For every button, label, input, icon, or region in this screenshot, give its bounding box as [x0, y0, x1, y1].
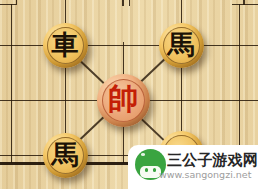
- logo-glint: [141, 153, 145, 156]
- piece-face: 車: [47, 27, 84, 64]
- piece-character: 馬: [52, 141, 79, 168]
- grid-marker-tick: [122, 0, 124, 6]
- piece-face: 馬: [163, 27, 200, 64]
- logo-face: [140, 166, 161, 178]
- piece-face: 馬: [47, 137, 84, 174]
- piece-character: 帥: [108, 84, 138, 114]
- site-watermark: 三公子游戏网 www.sangongzi.net: [128, 145, 258, 189]
- piece-face: 帥: [102, 79, 145, 122]
- grid-rank-line: [0, 45, 258, 47]
- piece-red-general[interactable]: 帥: [97, 74, 150, 127]
- grid-marker-tick: [129, 0, 131, 6]
- piece-character: 車: [52, 31, 79, 58]
- grid-marker-tick: [16, 0, 18, 5]
- grid-file-line: [239, 4, 241, 163]
- grid-file-line: [11, 4, 13, 163]
- watermark-site-name: 三公子游戏网: [167, 151, 258, 170]
- logo-eye: [153, 168, 157, 172]
- watermark-site-url: www.sangongzi.net: [159, 169, 255, 180]
- piece-black-horse-bottom-left[interactable]: 馬: [43, 133, 88, 178]
- grid-marker-top-right: [232, 4, 258, 6]
- piece-character: 馬: [168, 31, 195, 58]
- grid-marker-tick: [243, 0, 245, 5]
- grid-marker-top-left: [0, 4, 16, 6]
- logo-eye: [145, 168, 149, 172]
- xiangqi-board[interactable]: 車 馬 帥 馬 三公子游戏网 www.sangongzi.net: [0, 0, 258, 189]
- piece-black-chariot[interactable]: 車: [43, 23, 88, 68]
- piece-black-horse-top-right[interactable]: 馬: [159, 23, 204, 68]
